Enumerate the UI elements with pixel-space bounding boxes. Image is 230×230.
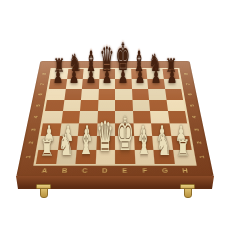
square-b3 <box>59 123 79 136</box>
rank-label-3: 3 <box>187 125 207 134</box>
square-h7 <box>163 79 181 89</box>
square-h2 <box>171 136 192 150</box>
square-e8 <box>115 69 131 79</box>
square-g7 <box>147 79 164 89</box>
square-d4 <box>97 111 115 123</box>
square-f2 <box>134 136 154 150</box>
square-e3 <box>115 123 134 136</box>
square-g8 <box>146 69 163 79</box>
file-label-b: B <box>54 167 75 173</box>
file-label-f: F <box>135 167 155 173</box>
square-f7 <box>131 79 148 89</box>
file-label-d: D <box>95 167 115 173</box>
square-h6 <box>165 89 183 100</box>
square-g3 <box>151 123 171 136</box>
square-d7 <box>98 79 115 89</box>
square-c5 <box>80 100 98 111</box>
file-label-g: G <box>155 167 176 173</box>
square-g5 <box>149 100 167 111</box>
square-f1 <box>134 149 154 163</box>
board-front-edge <box>16 176 214 189</box>
square-c6 <box>81 89 98 100</box>
square-a5 <box>45 100 64 111</box>
chess-board: ABCDEFGH 12345678 12345678 <box>16 61 214 177</box>
rank-label-2: 2 <box>189 138 210 147</box>
square-d8 <box>99 69 115 79</box>
square-a7 <box>49 79 67 89</box>
square-c1 <box>75 149 95 163</box>
square-c3 <box>78 123 97 136</box>
square-g1 <box>153 149 174 163</box>
rank-label-8: 8 <box>177 70 194 77</box>
board-grid <box>36 69 194 164</box>
square-a1 <box>36 149 58 163</box>
square-f3 <box>133 123 152 136</box>
square-e4 <box>115 111 133 123</box>
square-h1 <box>172 149 194 163</box>
square-e7 <box>115 79 132 89</box>
square-a3 <box>41 123 61 136</box>
square-b6 <box>64 89 82 100</box>
chess-set-photo: ABCDEFGH 12345678 12345678 ♜♞♝♛♚♝♞♜♟♟♟♟♟… <box>0 0 230 230</box>
square-f6 <box>132 89 149 100</box>
square-h8 <box>162 69 179 79</box>
file-label-a: A <box>34 167 55 173</box>
rank-label-7: 7 <box>179 80 197 87</box>
square-e5 <box>115 100 133 111</box>
file-label-e: E <box>115 167 135 173</box>
square-a8 <box>51 69 68 79</box>
file-label-c: C <box>75 167 95 173</box>
square-a4 <box>43 111 63 123</box>
rank-label-5: 5 <box>183 101 202 109</box>
file-labels: ABCDEFGH <box>34 165 197 176</box>
square-d2 <box>96 136 115 150</box>
rank-label-6: 6 <box>181 91 199 98</box>
square-c8 <box>83 69 100 79</box>
square-h3 <box>169 123 189 136</box>
square-g4 <box>150 111 169 123</box>
square-b1 <box>56 149 77 163</box>
square-a2 <box>38 136 59 150</box>
square-c2 <box>77 136 97 150</box>
square-a6 <box>47 89 65 100</box>
square-h5 <box>166 100 185 111</box>
square-b8 <box>67 69 84 79</box>
rank-label-4: 4 <box>185 113 204 121</box>
rank-label-1: 1 <box>191 152 212 162</box>
square-e6 <box>115 89 132 100</box>
file-label-h: H <box>175 167 196 173</box>
square-e1 <box>115 149 135 163</box>
square-g2 <box>152 136 172 150</box>
hinge-clasp <box>184 188 192 198</box>
square-d1 <box>95 149 115 163</box>
square-d6 <box>98 89 115 100</box>
hinge-clasp <box>40 188 48 198</box>
square-d3 <box>96 123 115 136</box>
square-g6 <box>148 89 166 100</box>
square-c7 <box>82 79 99 89</box>
square-d5 <box>98 100 116 111</box>
square-b7 <box>65 79 82 89</box>
square-b2 <box>58 136 78 150</box>
square-b4 <box>61 111 80 123</box>
square-f4 <box>133 111 152 123</box>
square-e2 <box>115 136 134 150</box>
square-f5 <box>132 100 150 111</box>
square-b5 <box>63 100 81 111</box>
square-h4 <box>168 111 188 123</box>
square-c4 <box>79 111 98 123</box>
square-f8 <box>131 69 148 79</box>
